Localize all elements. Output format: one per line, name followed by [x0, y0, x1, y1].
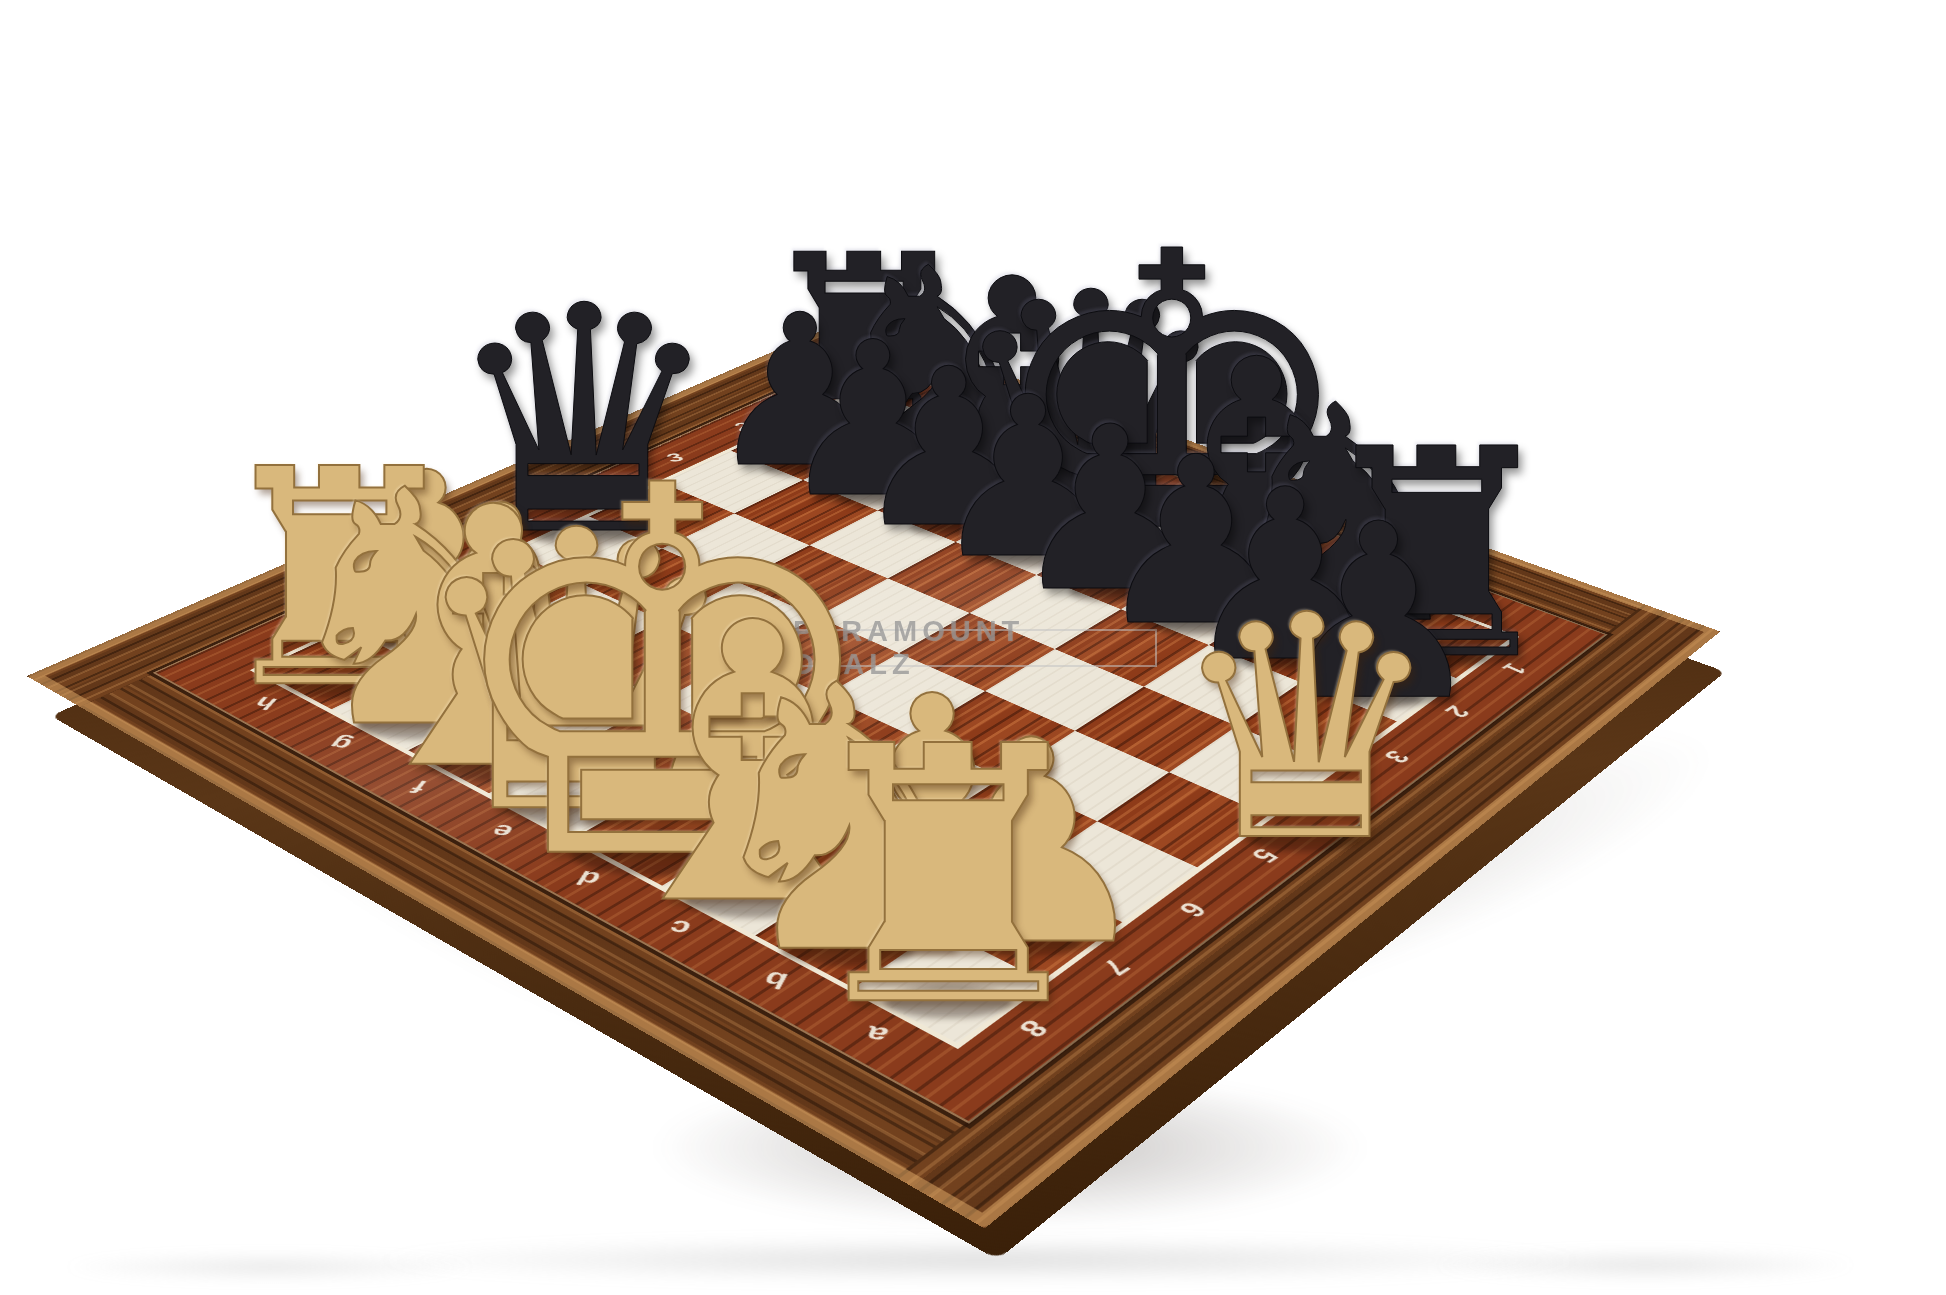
coord-label-top-e: e: [1120, 471, 1158, 487]
coord-label-top-f: f: [1043, 443, 1080, 458]
watermark: PARAMOUNT DEALZ: [791, 629, 1157, 667]
coord-label-top-c: c: [1283, 532, 1324, 549]
backdrop-crease-shadow: [1430, 1248, 1860, 1282]
backdrop-crease-shadow: [60, 1252, 480, 1282]
product-photo-scene: 11hh22gg33ff44ee55dd66cc77bb88aa ♜♞♝♚♛♝♞…: [0, 0, 1946, 1295]
coord-label-top-h: h: [897, 388, 931, 402]
coord-label-top-d: d: [1200, 501, 1240, 517]
chessboard: 11hh22gg33ff44ee55dd66cc77bb88aa: [258, 391, 1512, 1043]
coord-label-top-g: g: [969, 415, 1004, 429]
